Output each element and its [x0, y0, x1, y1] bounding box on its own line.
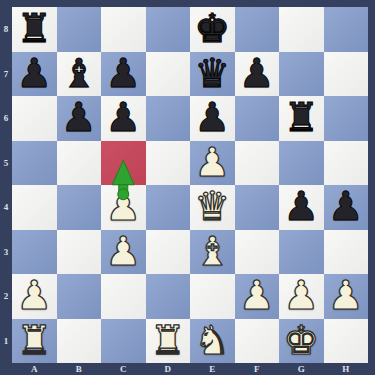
square-f2[interactable]: ♟ — [235, 274, 280, 319]
square-b8[interactable] — [57, 7, 102, 52]
white-pawn[interactable]: ♟ — [105, 185, 141, 229]
white-king[interactable]: ♚ — [283, 319, 319, 363]
rank-label-2: 2 — [0, 274, 12, 319]
square-e8[interactable]: ♚ — [190, 7, 235, 52]
square-f6[interactable] — [235, 96, 280, 141]
square-g7[interactable] — [279, 52, 324, 97]
file-label-c: C — [101, 363, 146, 375]
square-c7[interactable]: ♟ — [101, 52, 146, 97]
square-c5[interactable] — [101, 141, 146, 186]
white-knight[interactable]: ♞ — [194, 319, 230, 363]
square-a1[interactable]: ♜ — [12, 319, 57, 364]
black-queen[interactable]: ♛ — [194, 52, 230, 96]
square-h5[interactable] — [324, 141, 369, 186]
square-a2[interactable]: ♟ — [12, 274, 57, 319]
black-bishop[interactable]: ♝ — [61, 52, 97, 96]
file-labels: ABCDEFGH — [12, 363, 368, 375]
square-d6[interactable] — [146, 96, 191, 141]
square-b1[interactable] — [57, 319, 102, 364]
square-g5[interactable] — [279, 141, 324, 186]
square-f1[interactable] — [235, 319, 280, 364]
rank-label-5: 5 — [0, 141, 12, 186]
square-a6[interactable] — [12, 96, 57, 141]
square-d4[interactable] — [146, 185, 191, 230]
rank-label-3: 3 — [0, 230, 12, 275]
square-h8[interactable] — [324, 7, 369, 52]
file-label-b: B — [57, 363, 102, 375]
square-e1[interactable]: ♞ — [190, 319, 235, 364]
white-bishop[interactable]: ♝ — [194, 230, 230, 274]
white-queen[interactable]: ♛ — [194, 185, 230, 229]
file-label-a: A — [12, 363, 57, 375]
square-a8[interactable]: ♜ — [12, 7, 57, 52]
white-rook[interactable]: ♜ — [150, 319, 186, 363]
rank-label-4: 4 — [0, 185, 12, 230]
white-rook[interactable]: ♜ — [16, 319, 52, 363]
black-pawn[interactable]: ♟ — [194, 96, 230, 140]
black-pawn[interactable]: ♟ — [16, 52, 52, 96]
black-rook[interactable]: ♜ — [16, 7, 52, 51]
file-label-g: G — [279, 363, 324, 375]
square-b4[interactable] — [57, 185, 102, 230]
square-h4[interactable]: ♟ — [324, 185, 369, 230]
square-e7[interactable]: ♛ — [190, 52, 235, 97]
square-c4[interactable]: ♟ — [101, 185, 146, 230]
file-label-e: E — [190, 363, 235, 375]
black-king[interactable]: ♚ — [194, 7, 230, 51]
square-b3[interactable] — [57, 230, 102, 275]
square-b6[interactable]: ♟ — [57, 96, 102, 141]
square-g4[interactable]: ♟ — [279, 185, 324, 230]
square-c3[interactable]: ♟ — [101, 230, 146, 275]
square-b2[interactable] — [57, 274, 102, 319]
square-f8[interactable] — [235, 7, 280, 52]
square-g8[interactable] — [279, 7, 324, 52]
square-f4[interactable] — [235, 185, 280, 230]
square-g2[interactable]: ♟ — [279, 274, 324, 319]
square-f5[interactable] — [235, 141, 280, 186]
white-pawn[interactable]: ♟ — [16, 274, 52, 318]
white-pawn[interactable]: ♟ — [283, 274, 319, 318]
square-e5[interactable]: ♟ — [190, 141, 235, 186]
square-d7[interactable] — [146, 52, 191, 97]
chess-board: ♜♚♟♝♟♛♟♟♟♟♜♟♟♛♟♟♟♝♟♟♟♟♜♜♞♚ — [12, 7, 368, 363]
chess-app-window: { "game": "chess", "position": { "fen": … — [0, 0, 375, 375]
square-d5[interactable] — [146, 141, 191, 186]
black-pawn[interactable]: ♟ — [328, 185, 364, 229]
square-h7[interactable] — [324, 52, 369, 97]
square-f7[interactable]: ♟ — [235, 52, 280, 97]
square-a7[interactable]: ♟ — [12, 52, 57, 97]
square-f3[interactable] — [235, 230, 280, 275]
rank-label-6: 6 — [0, 96, 12, 141]
square-e3[interactable]: ♝ — [190, 230, 235, 275]
square-e6[interactable]: ♟ — [190, 96, 235, 141]
black-pawn[interactable]: ♟ — [283, 185, 319, 229]
square-c8[interactable] — [101, 7, 146, 52]
square-b7[interactable]: ♝ — [57, 52, 102, 97]
white-pawn[interactable]: ♟ — [328, 274, 364, 318]
square-c2[interactable] — [101, 274, 146, 319]
file-label-f: F — [235, 363, 280, 375]
square-g6[interactable]: ♜ — [279, 96, 324, 141]
white-pawn[interactable]: ♟ — [194, 141, 230, 185]
white-pawn[interactable]: ♟ — [105, 230, 141, 274]
square-d8[interactable] — [146, 7, 191, 52]
file-label-h: H — [324, 363, 369, 375]
black-rook[interactable]: ♜ — [283, 96, 319, 140]
square-h1[interactable] — [324, 319, 369, 364]
square-h2[interactable]: ♟ — [324, 274, 369, 319]
square-a3[interactable] — [12, 230, 57, 275]
square-d1[interactable]: ♜ — [146, 319, 191, 364]
square-c1[interactable] — [101, 319, 146, 364]
file-label-d: D — [146, 363, 191, 375]
square-c6[interactable]: ♟ — [101, 96, 146, 141]
white-pawn[interactable]: ♟ — [239, 274, 275, 318]
square-d2[interactable] — [146, 274, 191, 319]
rank-label-1: 1 — [0, 319, 12, 364]
square-g1[interactable]: ♚ — [279, 319, 324, 364]
square-h3[interactable] — [324, 230, 369, 275]
square-h6[interactable] — [324, 96, 369, 141]
square-e2[interactable] — [190, 274, 235, 319]
black-pawn[interactable]: ♟ — [105, 96, 141, 140]
square-e4[interactable]: ♛ — [190, 185, 235, 230]
square-d3[interactable] — [146, 230, 191, 275]
black-pawn[interactable]: ♟ — [105, 52, 141, 96]
black-pawn[interactable]: ♟ — [61, 96, 97, 140]
square-a5[interactable] — [12, 141, 57, 186]
rank-label-7: 7 — [0, 52, 12, 97]
rank-labels: 87654321 — [0, 7, 12, 363]
square-g3[interactable] — [279, 230, 324, 275]
square-a4[interactable] — [12, 185, 57, 230]
rank-label-8: 8 — [0, 7, 12, 52]
black-pawn[interactable]: ♟ — [239, 52, 275, 96]
square-b5[interactable] — [57, 141, 102, 186]
